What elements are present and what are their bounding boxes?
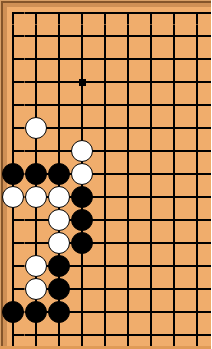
black-stone — [2, 163, 24, 185]
black-stone — [71, 232, 93, 254]
star-point — [79, 79, 86, 86]
stones-grid — [2, 2, 212, 349]
stones-layer — [7, 7, 211, 349]
white-stone — [25, 255, 47, 277]
white-stone — [2, 186, 24, 208]
black-stone — [48, 278, 70, 300]
black-stone — [48, 163, 70, 185]
black-stone — [48, 301, 70, 323]
black-stone — [25, 301, 47, 323]
white-stone — [71, 140, 93, 162]
white-stone — [71, 163, 93, 185]
black-stone — [48, 255, 70, 277]
white-stone — [25, 186, 47, 208]
white-stone — [25, 278, 47, 300]
black-stone — [71, 186, 93, 208]
go-board-diagram — [0, 0, 211, 349]
white-stone — [48, 186, 70, 208]
black-stone — [2, 301, 24, 323]
white-stone — [25, 117, 47, 139]
white-stone — [48, 209, 70, 231]
white-stone — [48, 232, 70, 254]
black-stone — [25, 163, 47, 185]
black-stone — [71, 209, 93, 231]
